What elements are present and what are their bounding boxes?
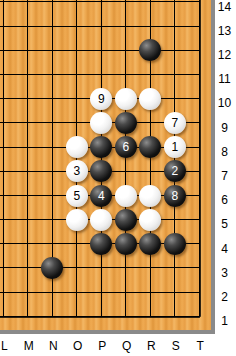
col-label-L: L (0, 339, 15, 353)
col-label-P: P (92, 339, 113, 353)
row-label-12: 12 (213, 48, 236, 62)
point-P7[interactable] (89, 159, 114, 183)
point-R8[interactable] (138, 135, 163, 159)
point-M12[interactable] (16, 38, 41, 62)
stone-black-Q9 (115, 112, 137, 134)
point-P2[interactable] (89, 280, 114, 304)
point-M14[interactable] (16, 0, 41, 14)
point-S14[interactable] (163, 0, 188, 14)
board-edge-shadow: 976132548 (0, 0, 215, 334)
stone-black-Q4 (115, 233, 137, 255)
point-Q7[interactable] (114, 159, 139, 183)
row-label-10: 10 (213, 96, 236, 110)
point-L7[interactable] (0, 159, 16, 183)
stone-white-R6 (139, 185, 161, 207)
stone-white-O6: 5 (66, 185, 88, 207)
point-S3[interactable] (163, 256, 188, 280)
col-label-R: R (141, 339, 162, 353)
row-label-5: 5 (213, 217, 236, 231)
point-L5[interactable] (0, 208, 16, 232)
row-label-7: 7 (213, 169, 236, 183)
point-R10[interactable] (138, 87, 163, 111)
point-S5[interactable] (163, 208, 188, 232)
point-O4[interactable] (65, 232, 90, 256)
stone-white-P9 (90, 112, 112, 134)
point-S8[interactable]: 1 (163, 135, 188, 159)
point-M1[interactable] (16, 304, 41, 328)
stone-black-S7: 2 (164, 160, 186, 182)
point-L10[interactable] (0, 87, 16, 111)
point-T4[interactable] (187, 232, 211, 256)
point-S13[interactable] (163, 14, 188, 38)
move-number: 4 (98, 190, 105, 202)
point-R11[interactable] (138, 63, 163, 87)
point-L1[interactable] (0, 304, 16, 328)
col-label-O: O (67, 339, 88, 353)
point-T8[interactable] (187, 135, 211, 159)
point-M11[interactable] (16, 63, 41, 87)
stone-white-Q10 (115, 88, 137, 110)
point-L14[interactable] (0, 0, 16, 14)
point-N3[interactable] (40, 256, 65, 280)
col-label-Q: Q (116, 339, 137, 353)
point-P6[interactable]: 4 (89, 184, 114, 208)
point-Q3[interactable] (114, 256, 139, 280)
stone-black-P7 (90, 160, 112, 182)
point-N5[interactable] (40, 208, 65, 232)
point-S11[interactable] (163, 63, 188, 87)
point-Q1[interactable] (114, 304, 139, 328)
point-T7[interactable] (187, 159, 211, 183)
point-L13[interactable] (0, 14, 16, 38)
point-M8[interactable] (16, 135, 41, 159)
point-T2[interactable] (187, 280, 211, 304)
point-T13[interactable] (187, 14, 211, 38)
point-S4[interactable] (163, 232, 188, 256)
stone-white-P10: 9 (90, 88, 112, 110)
point-O10[interactable] (65, 87, 90, 111)
point-N1[interactable] (40, 304, 65, 328)
point-M13[interactable] (16, 14, 41, 38)
point-L12[interactable] (0, 38, 16, 62)
point-R6[interactable] (138, 184, 163, 208)
col-label-T: T (190, 339, 211, 353)
row-label-9: 9 (213, 121, 236, 135)
stone-black-S6: 8 (164, 185, 186, 207)
point-N13[interactable] (40, 14, 65, 38)
point-P10[interactable]: 9 (89, 87, 114, 111)
point-S9[interactable]: 7 (163, 111, 188, 135)
point-T3[interactable] (187, 256, 211, 280)
point-T9[interactable] (187, 111, 211, 135)
move-number: 1 (171, 141, 178, 153)
stone-white-R5 (139, 209, 161, 231)
go-diagram: 976132548 1413121110987654321 LMNOPQRST (0, 0, 236, 356)
point-Q2[interactable] (114, 280, 139, 304)
col-label-M: M (18, 339, 39, 353)
move-number: 7 (171, 117, 178, 129)
point-P5[interactable] (89, 208, 114, 232)
point-O13[interactable] (65, 14, 90, 38)
point-O14[interactable] (65, 0, 90, 14)
point-P13[interactable] (89, 14, 114, 38)
row-label-13: 13 (213, 24, 236, 38)
stone-white-S9: 7 (164, 112, 186, 134)
point-O8[interactable] (65, 135, 90, 159)
point-O6[interactable]: 5 (65, 184, 90, 208)
point-R13[interactable] (138, 14, 163, 38)
point-O11[interactable] (65, 63, 90, 87)
stone-black-Q5 (115, 209, 137, 231)
point-M5[interactable] (16, 208, 41, 232)
stone-white-R10 (139, 88, 161, 110)
stone-black-N3 (41, 257, 63, 279)
col-label-N: N (43, 339, 64, 353)
point-M6[interactable] (16, 184, 41, 208)
row-label-6: 6 (213, 193, 236, 207)
row-label-2: 2 (213, 290, 236, 304)
point-O2[interactable] (65, 280, 90, 304)
point-N7[interactable] (40, 159, 65, 183)
point-S12[interactable] (163, 38, 188, 62)
point-O1[interactable] (65, 304, 90, 328)
stone-white-Q6 (115, 185, 137, 207)
point-T12[interactable] (187, 38, 211, 62)
point-L2[interactable] (0, 280, 16, 304)
move-number: 5 (73, 190, 80, 202)
stone-black-P8 (90, 136, 112, 158)
point-R9[interactable] (138, 111, 163, 135)
point-O7[interactable]: 3 (65, 159, 90, 183)
point-T5[interactable] (187, 208, 211, 232)
point-P4[interactable] (89, 232, 114, 256)
point-Q10[interactable] (114, 87, 139, 111)
point-N10[interactable] (40, 87, 65, 111)
point-N9[interactable] (40, 111, 65, 135)
point-T6[interactable] (187, 184, 211, 208)
point-Q8[interactable]: 6 (114, 135, 139, 159)
point-R12[interactable] (138, 38, 163, 62)
stone-black-R12 (139, 39, 161, 61)
point-L9[interactable] (0, 111, 16, 135)
point-L4[interactable] (0, 232, 16, 256)
stone-black-R8 (139, 136, 161, 158)
point-N11[interactable] (40, 63, 65, 87)
point-O9[interactable] (65, 111, 90, 135)
point-S1[interactable] (163, 304, 188, 328)
point-T10[interactable] (187, 87, 211, 111)
point-T11[interactable] (187, 63, 211, 87)
row-label-4: 4 (213, 242, 236, 256)
point-M3[interactable] (16, 256, 41, 280)
point-P1[interactable] (89, 304, 114, 328)
point-L11[interactable] (0, 63, 16, 87)
move-number: 8 (171, 190, 178, 202)
point-Q9[interactable] (114, 111, 139, 135)
point-P14[interactable] (89, 0, 114, 14)
move-number: 3 (73, 165, 80, 177)
point-M7[interactable] (16, 159, 41, 183)
point-R2[interactable] (138, 280, 163, 304)
move-number: 2 (171, 165, 178, 177)
point-O3[interactable] (65, 256, 90, 280)
point-R4[interactable] (138, 232, 163, 256)
point-Q6[interactable] (114, 184, 139, 208)
point-P9[interactable] (89, 111, 114, 135)
stone-white-O7: 3 (66, 160, 88, 182)
point-Q5[interactable] (114, 208, 139, 232)
point-Q14[interactable] (114, 0, 139, 14)
point-S6[interactable]: 8 (163, 184, 188, 208)
move-number: 9 (98, 93, 105, 105)
point-N8[interactable] (40, 135, 65, 159)
point-L3[interactable] (0, 256, 16, 280)
point-N6[interactable] (40, 184, 65, 208)
stone-black-S4 (164, 233, 186, 255)
stone-black-R4 (139, 233, 161, 255)
point-O12[interactable] (65, 38, 90, 62)
point-P8[interactable] (89, 135, 114, 159)
point-S7[interactable]: 2 (163, 159, 188, 183)
row-label-3: 3 (213, 266, 236, 280)
point-S2[interactable] (163, 280, 188, 304)
point-P3[interactable] (89, 256, 114, 280)
point-M2[interactable] (16, 280, 41, 304)
point-P12[interactable] (89, 38, 114, 62)
point-M4[interactable] (16, 232, 41, 256)
stone-black-Q8: 6 (115, 136, 137, 158)
point-R14[interactable] (138, 0, 163, 14)
col-label-S: S (165, 339, 186, 353)
board-grid: 976132548 (0, 0, 211, 329)
point-N12[interactable] (40, 38, 65, 62)
stone-white-S8: 1 (164, 136, 186, 158)
point-R3[interactable] (138, 256, 163, 280)
point-M10[interactable] (16, 87, 41, 111)
point-O5[interactable] (65, 208, 90, 232)
point-Q13[interactable] (114, 14, 139, 38)
point-R7[interactable] (138, 159, 163, 183)
stone-white-P5 (90, 209, 112, 231)
point-Q11[interactable] (114, 63, 139, 87)
point-L8[interactable] (0, 135, 16, 159)
point-N4[interactable] (40, 232, 65, 256)
point-T14[interactable] (187, 0, 211, 14)
move-number: 6 (122, 141, 129, 153)
row-label-1: 1 (213, 314, 236, 328)
stone-white-O5 (66, 209, 88, 231)
point-R1[interactable] (138, 304, 163, 328)
row-label-14: 14 (213, 0, 236, 14)
stone-white-O8 (66, 136, 88, 158)
stone-black-P6: 4 (90, 185, 112, 207)
point-P11[interactable] (89, 63, 114, 87)
point-T1[interactable] (187, 304, 211, 328)
point-N14[interactable] (40, 0, 65, 14)
row-label-11: 11 (213, 72, 236, 86)
point-R5[interactable] (138, 208, 163, 232)
point-N2[interactable] (40, 280, 65, 304)
point-S10[interactable] (163, 87, 188, 111)
goban: 976132548 (0, 0, 211, 330)
point-M9[interactable] (16, 111, 41, 135)
stone-black-P4 (90, 233, 112, 255)
row-label-8: 8 (213, 145, 236, 159)
point-Q12[interactable] (114, 38, 139, 62)
point-L6[interactable] (0, 184, 16, 208)
point-Q4[interactable] (114, 232, 139, 256)
